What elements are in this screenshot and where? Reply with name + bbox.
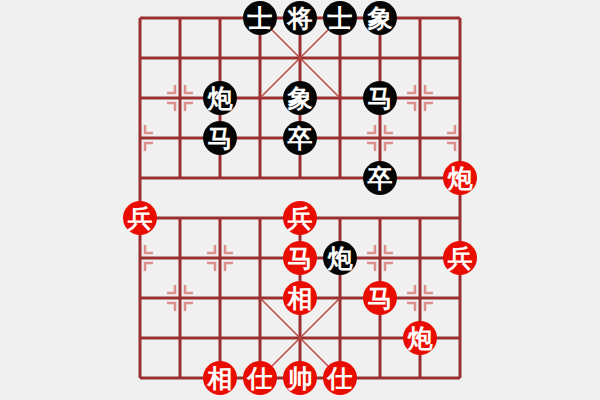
piece-black-soldier[interactable]: 卒 xyxy=(363,161,397,195)
piece-red-cannon[interactable]: 炮 xyxy=(403,321,437,355)
piece-red-elephant[interactable]: 相 xyxy=(283,281,317,315)
piece-red-horse[interactable]: 马 xyxy=(283,241,317,275)
piece-black-advisor[interactable]: 士 xyxy=(243,1,277,35)
piece-black-elephant[interactable]: 象 xyxy=(363,1,397,35)
piece-black-cannon[interactable]: 炮 xyxy=(203,81,237,115)
piece-black-advisor[interactable]: 士 xyxy=(323,1,357,35)
piece-red-general[interactable]: 帅 xyxy=(283,361,317,395)
xiangqi-board: 士将士象炮象马马卒卒炮炮兵兵马兵相马炮相仕帅仕 xyxy=(120,0,480,398)
piece-red-cannon[interactable]: 炮 xyxy=(443,161,477,195)
piece-red-advisor[interactable]: 仕 xyxy=(323,361,357,395)
piece-black-elephant[interactable]: 象 xyxy=(283,81,317,115)
piece-black-horse[interactable]: 马 xyxy=(363,81,397,115)
pieces-layer: 士将士象炮象马马卒卒炮炮兵兵马兵相马炮相仕帅仕 xyxy=(120,0,480,398)
piece-red-horse[interactable]: 马 xyxy=(363,281,397,315)
piece-red-soldier[interactable]: 兵 xyxy=(443,241,477,275)
piece-red-elephant[interactable]: 相 xyxy=(203,361,237,395)
piece-red-soldier[interactable]: 兵 xyxy=(283,201,317,235)
piece-red-advisor[interactable]: 仕 xyxy=(243,361,277,395)
piece-black-general[interactable]: 将 xyxy=(283,1,317,35)
piece-red-soldier[interactable]: 兵 xyxy=(123,201,157,235)
piece-black-cannon[interactable]: 炮 xyxy=(323,241,357,275)
piece-black-soldier[interactable]: 卒 xyxy=(283,121,317,155)
piece-black-horse[interactable]: 马 xyxy=(203,121,237,155)
app-background: 士将士象炮象马马卒卒炮炮兵兵马兵相马炮相仕帅仕 xyxy=(0,0,600,400)
